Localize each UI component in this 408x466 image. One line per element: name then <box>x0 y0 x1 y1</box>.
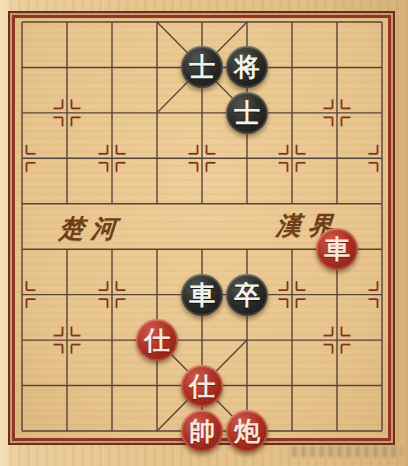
xiangqi-app: 楚河 漢界 士将士車車卒仕仕帥炮 <box>0 0 408 466</box>
piece-glyph: 車 <box>324 236 350 262</box>
watermark <box>292 446 402 457</box>
piece-glyph: 炮 <box>234 418 260 444</box>
piece-red-advisor[interactable]: 仕 <box>136 319 178 361</box>
piece-glyph: 仕 <box>144 327 170 353</box>
piece-red-cannon[interactable]: 炮 <box>226 410 268 452</box>
piece-glyph: 士 <box>234 100 260 126</box>
piece-glyph: 将 <box>234 54 260 80</box>
piece-black-advisor[interactable]: 士 <box>226 92 268 134</box>
piece-red-general[interactable]: 帥 <box>181 410 223 452</box>
piece-black-chariot[interactable]: 車 <box>181 274 223 316</box>
piece-glyph: 仕 <box>189 373 215 399</box>
piece-glyph: 卒 <box>234 282 260 308</box>
piece-glyph: 帥 <box>189 418 215 444</box>
river-label-chu-he: 楚河 <box>58 212 124 245</box>
piece-glyph: 車 <box>189 282 215 308</box>
piece-glyph: 士 <box>189 54 215 80</box>
piece-black-soldier[interactable]: 卒 <box>226 274 268 316</box>
piece-red-chariot[interactable]: 車 <box>316 228 358 270</box>
piece-red-advisor[interactable]: 仕 <box>181 365 223 407</box>
